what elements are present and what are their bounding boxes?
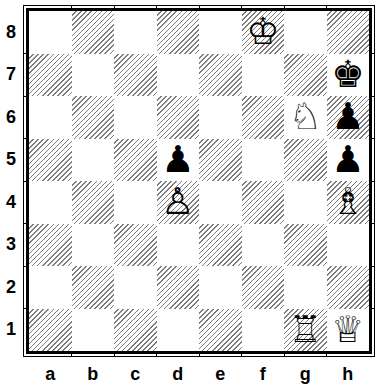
- frame-tick: [114, 351, 115, 357]
- square-b8[interactable]: [72, 11, 115, 54]
- square-a4[interactable]: [29, 181, 72, 224]
- square-d3[interactable]: [157, 224, 200, 267]
- square-b1[interactable]: [72, 309, 115, 352]
- frame-tick: [114, 5, 115, 11]
- square-c8[interactable]: [114, 11, 157, 54]
- piece-black-king[interactable]: ♚: [331, 54, 364, 97]
- square-e2[interactable]: [199, 266, 242, 309]
- square-c1[interactable]: [114, 309, 157, 352]
- frame-tick: [369, 223, 375, 224]
- square-f2[interactable]: [242, 266, 285, 309]
- square-e6[interactable]: [199, 96, 242, 139]
- frame-tick: [156, 351, 157, 357]
- square-b6[interactable]: [72, 96, 115, 139]
- frame-tick: [23, 266, 29, 267]
- square-f5[interactable]: [242, 139, 285, 182]
- square-h1[interactable]: ♕: [327, 309, 370, 352]
- square-f6[interactable]: [242, 96, 285, 139]
- square-d6[interactable]: [157, 96, 200, 139]
- file-labels: abcdefgh: [29, 361, 369, 387]
- frame-tick: [23, 96, 29, 97]
- piece-white-queen[interactable]: ♕: [331, 309, 364, 352]
- frame-tick: [326, 5, 327, 11]
- square-b2[interactable]: [72, 266, 115, 309]
- file-label-d: d: [157, 361, 200, 387]
- file-label-b: b: [72, 361, 115, 387]
- square-d8[interactable]: [157, 11, 200, 54]
- chessboard: ♔♚♘♟♟♟♙♗♖♕: [29, 11, 369, 351]
- square-a5[interactable]: [29, 139, 72, 182]
- square-c5[interactable]: [114, 139, 157, 182]
- square-e8[interactable]: [199, 11, 242, 54]
- frame-tick: [284, 351, 285, 357]
- board-border: ♔♚♘♟♟♟♙♗♖♕: [26, 8, 372, 354]
- square-e1[interactable]: [199, 309, 242, 352]
- square-f4[interactable]: [242, 181, 285, 224]
- piece-white-pawn[interactable]: ♙: [161, 181, 194, 224]
- file-label-f: f: [242, 361, 285, 387]
- square-d4[interactable]: ♙: [157, 181, 200, 224]
- square-a1[interactable]: [29, 309, 72, 352]
- rank-label-3: 3: [0, 224, 22, 267]
- square-c4[interactable]: [114, 181, 157, 224]
- square-h2[interactable]: [327, 266, 370, 309]
- piece-white-king[interactable]: ♔: [246, 11, 279, 54]
- frame-tick: [71, 5, 72, 11]
- square-c2[interactable]: [114, 266, 157, 309]
- frame-tick: [369, 266, 375, 267]
- square-b4[interactable]: [72, 181, 115, 224]
- square-h7[interactable]: ♚: [327, 54, 370, 97]
- piece-white-knight[interactable]: ♘: [289, 96, 322, 139]
- chess-diagram: 87654321 ♔♚♘♟♟♟♙♗♖♕ abcdefgh: [0, 0, 386, 389]
- frame-tick: [23, 138, 29, 139]
- frame-tick: [156, 5, 157, 11]
- piece-black-pawn[interactable]: ♟: [331, 96, 364, 139]
- square-d1[interactable]: [157, 309, 200, 352]
- square-a3[interactable]: [29, 224, 72, 267]
- board-frame: ♔♚♘♟♟♟♙♗♖♕: [23, 5, 375, 357]
- piece-black-pawn[interactable]: ♟: [331, 139, 364, 182]
- square-f8[interactable]: ♔: [242, 11, 285, 54]
- square-h4[interactable]: ♗: [327, 181, 370, 224]
- square-g6[interactable]: ♘: [284, 96, 327, 139]
- square-b3[interactable]: [72, 224, 115, 267]
- square-g7[interactable]: [284, 54, 327, 97]
- square-h5[interactable]: ♟: [327, 139, 370, 182]
- square-f1[interactable]: [242, 309, 285, 352]
- square-a7[interactable]: [29, 54, 72, 97]
- square-b7[interactable]: [72, 54, 115, 97]
- rank-label-2: 2: [0, 266, 22, 309]
- frame-tick: [326, 351, 327, 357]
- rank-label-7: 7: [0, 54, 22, 97]
- file-label-e: e: [199, 361, 242, 387]
- square-e7[interactable]: [199, 54, 242, 97]
- square-g2[interactable]: [284, 266, 327, 309]
- square-e3[interactable]: [199, 224, 242, 267]
- square-g5[interactable]: [284, 139, 327, 182]
- file-label-a: a: [29, 361, 72, 387]
- frame-tick: [23, 223, 29, 224]
- square-c7[interactable]: [114, 54, 157, 97]
- piece-white-bishop[interactable]: ♗: [331, 181, 364, 224]
- frame-tick: [241, 351, 242, 357]
- frame-tick: [369, 308, 375, 309]
- file-label-g: g: [284, 361, 327, 387]
- square-c3[interactable]: [114, 224, 157, 267]
- frame-tick: [199, 351, 200, 357]
- frame-tick: [241, 5, 242, 11]
- frame-tick: [23, 53, 29, 54]
- square-d5[interactable]: ♟: [157, 139, 200, 182]
- square-h6[interactable]: ♟: [327, 96, 370, 139]
- rank-label-5: 5: [0, 139, 22, 182]
- square-e4[interactable]: [199, 181, 242, 224]
- piece-white-rook[interactable]: ♖: [289, 309, 322, 352]
- square-g3[interactable]: [284, 224, 327, 267]
- square-h8[interactable]: [327, 11, 370, 54]
- square-b5[interactable]: [72, 139, 115, 182]
- frame-tick: [23, 181, 29, 182]
- square-e5[interactable]: [199, 139, 242, 182]
- square-f7[interactable]: [242, 54, 285, 97]
- rank-label-4: 4: [0, 181, 22, 224]
- square-a2[interactable]: [29, 266, 72, 309]
- rank-labels: 87654321: [0, 11, 22, 351]
- square-g1[interactable]: ♖: [284, 309, 327, 352]
- frame-tick: [369, 96, 375, 97]
- rank-label-6: 6: [0, 96, 22, 139]
- square-g4[interactable]: [284, 181, 327, 224]
- file-label-c: c: [114, 361, 157, 387]
- square-d2[interactable]: [157, 266, 200, 309]
- file-label-h: h: [327, 361, 370, 387]
- rank-label-8: 8: [0, 11, 22, 54]
- frame-tick: [71, 351, 72, 357]
- square-f3[interactable]: [242, 224, 285, 267]
- frame-tick: [199, 5, 200, 11]
- square-a8[interactable]: [29, 11, 72, 54]
- square-d7[interactable]: [157, 54, 200, 97]
- piece-black-pawn[interactable]: ♟: [161, 139, 194, 182]
- frame-tick: [369, 181, 375, 182]
- rank-label-1: 1: [0, 309, 22, 352]
- frame-tick: [369, 53, 375, 54]
- square-c6[interactable]: [114, 96, 157, 139]
- frame-tick: [369, 138, 375, 139]
- square-a6[interactable]: [29, 96, 72, 139]
- frame-tick: [23, 308, 29, 309]
- square-h3[interactable]: [327, 224, 370, 267]
- square-g8[interactable]: [284, 11, 327, 54]
- frame-tick: [284, 5, 285, 11]
